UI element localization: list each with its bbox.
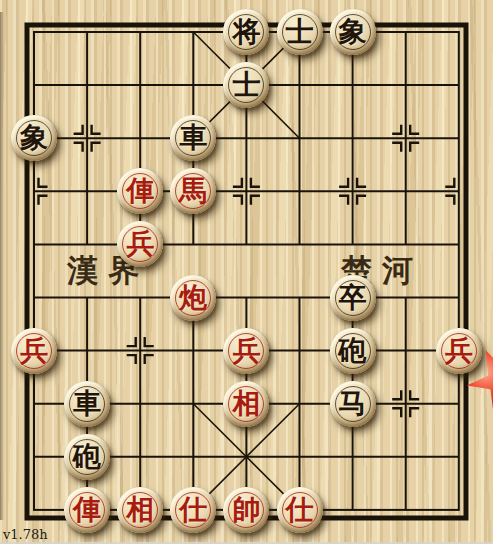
piece-glyph: 兵 — [20, 337, 48, 365]
piece-black-advisor[interactable]: 士 — [277, 9, 323, 55]
piece-glyph: 士 — [232, 71, 260, 99]
piece-red-elephant[interactable]: 相 — [117, 487, 163, 533]
piece-red-soldier[interactable]: 兵 — [11, 328, 57, 374]
piece-red-advisor[interactable]: 仕 — [277, 487, 323, 533]
piece-red-soldier[interactable]: 兵 — [223, 328, 269, 374]
piece-red-soldier[interactable]: 兵 — [436, 328, 482, 374]
piece-black-soldier[interactable]: 卒 — [330, 275, 376, 321]
piece-black-horse[interactable]: 马 — [330, 381, 376, 427]
piece-glyph: 炮 — [179, 284, 207, 312]
version-label: v1.78h — [3, 527, 48, 542]
piece-glyph: 象 — [20, 124, 48, 152]
piece-black-cannon[interactable]: 砲 — [64, 434, 110, 480]
piece-glyph: 仕 — [286, 496, 314, 524]
piece-black-chariot[interactable]: 車 — [64, 381, 110, 427]
piece-glyph: 帥 — [232, 496, 260, 524]
piece-glyph: 士 — [286, 18, 314, 46]
piece-red-advisor[interactable]: 仕 — [170, 487, 216, 533]
piece-red-elephant[interactable]: 相 — [223, 381, 269, 427]
piece-red-chariot[interactable]: 俥 — [64, 487, 110, 533]
piece-glyph: 马 — [339, 390, 367, 418]
xiangqi-board[interactable]: 漢界 楚河 将士象士象車俥馬兵炮卒兵兵砲兵車相马砲俥相仕帥仕 v1.78h — [0, 0, 493, 544]
piece-glyph: 兵 — [126, 230, 154, 258]
piece-glyph: 兵 — [445, 337, 473, 365]
piece-glyph: 車 — [73, 390, 101, 418]
piece-glyph: 卒 — [339, 284, 367, 312]
piece-glyph: 俥 — [126, 177, 154, 205]
piece-glyph: 俥 — [73, 496, 101, 524]
piece-glyph: 兵 — [232, 337, 260, 365]
piece-glyph: 象 — [339, 18, 367, 46]
piece-red-cannon[interactable]: 炮 — [170, 275, 216, 321]
piece-glyph: 仕 — [179, 496, 207, 524]
piece-glyph: 砲 — [339, 337, 367, 365]
piece-glyph: 将 — [232, 18, 260, 46]
piece-glyph: 砲 — [73, 443, 101, 471]
piece-glyph: 馬 — [179, 177, 207, 205]
piece-black-elephant[interactable]: 象 — [11, 115, 57, 161]
piece-glyph: 相 — [126, 496, 154, 524]
piece-glyph: 車 — [179, 124, 207, 152]
piece-black-elephant[interactable]: 象 — [330, 9, 376, 55]
piece-glyph: 相 — [232, 390, 260, 418]
piece-black-cannon[interactable]: 砲 — [330, 328, 376, 374]
piece-red-general[interactable]: 帥 — [223, 487, 269, 533]
